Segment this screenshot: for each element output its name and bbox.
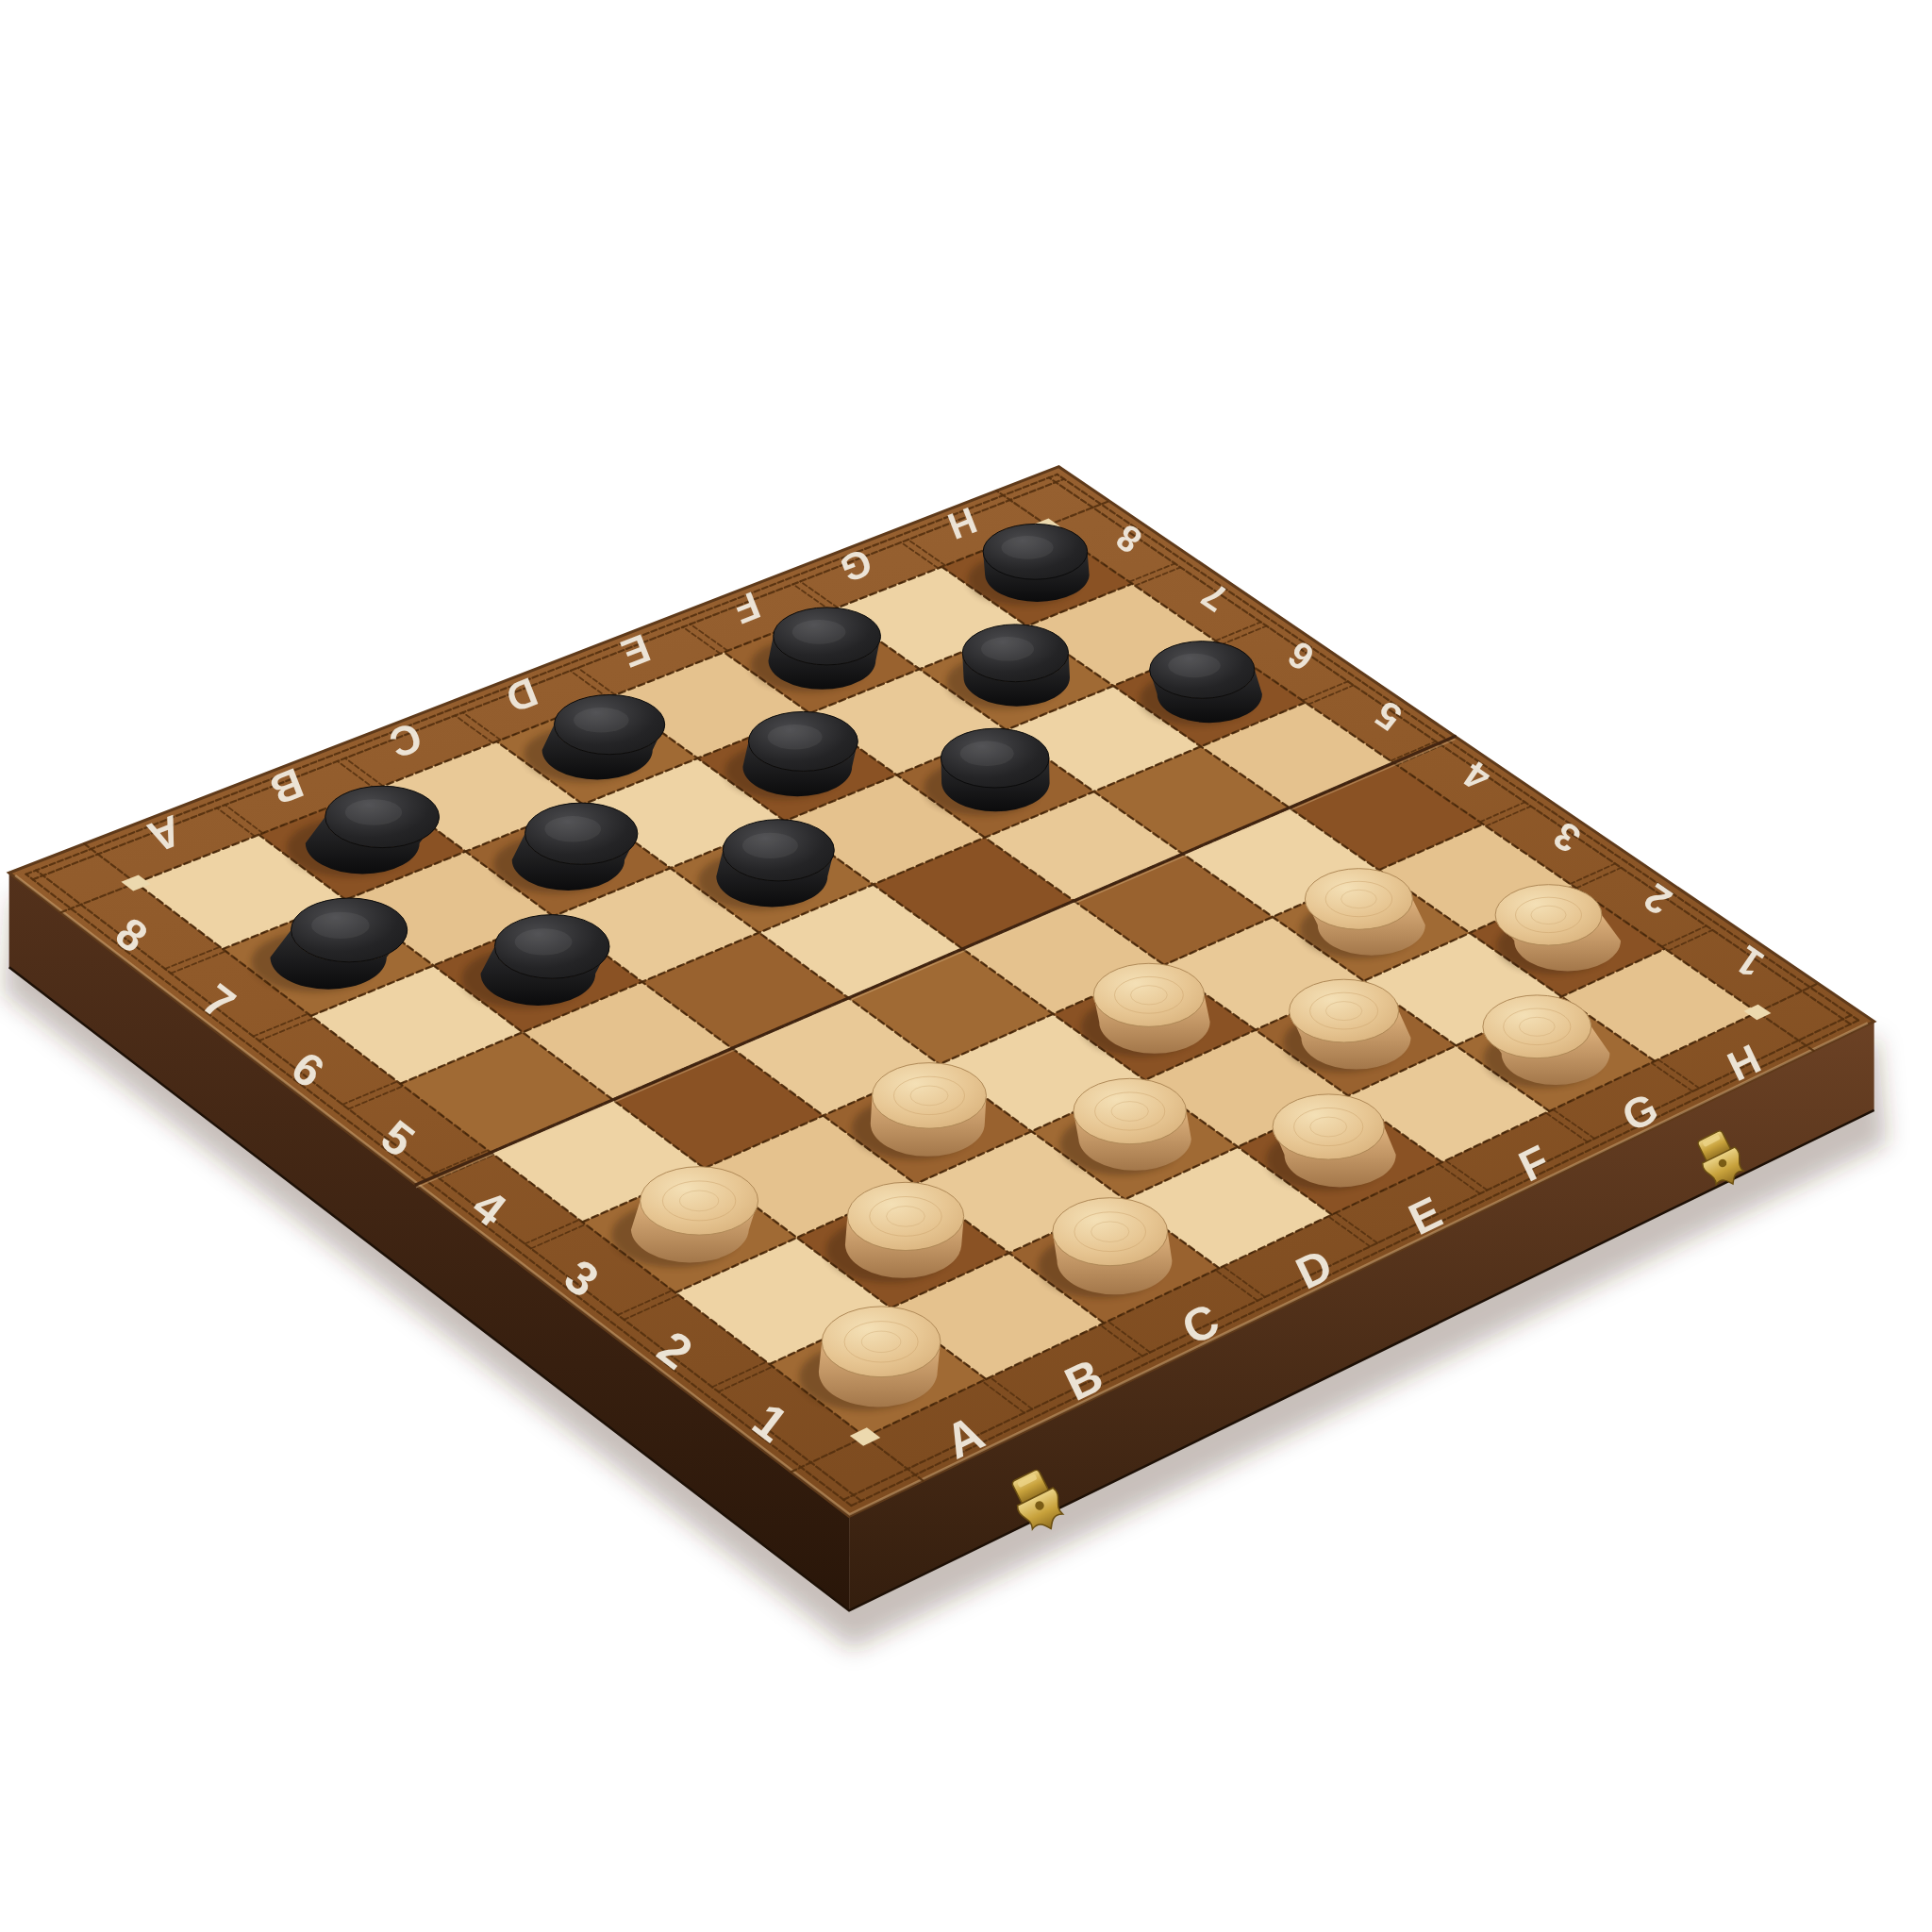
piece-dark-h6[interactable] <box>1140 641 1262 726</box>
product-photo-scene: A A B B C C D D E E F F G G H H 1 1 2 2 … <box>0 0 1932 1932</box>
checkers-board: A A B B C C D D E E F F G G H H 1 1 2 2 … <box>0 0 1932 1932</box>
